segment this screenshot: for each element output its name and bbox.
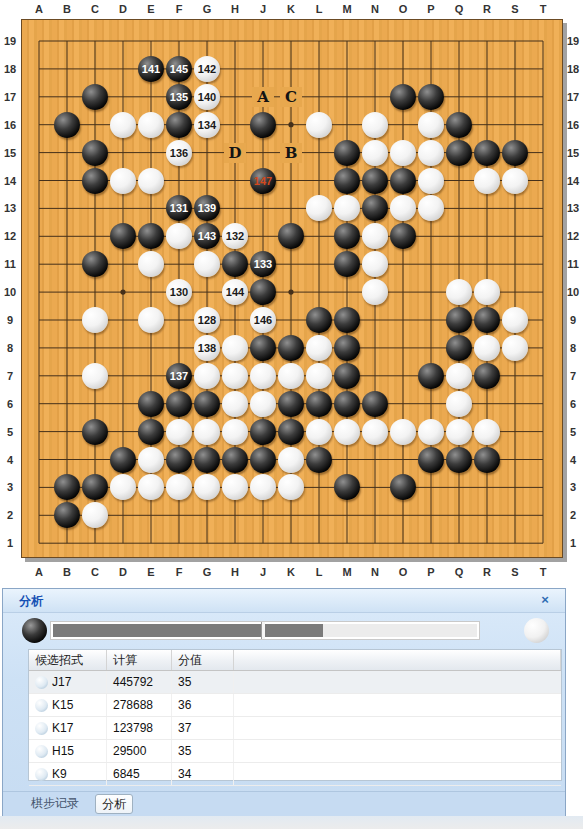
row-label-right-6: 6 [564,397,582,411]
row-label-right-12: 12 [564,229,582,243]
col-label-bottom-L: L [310,565,328,579]
score-value: 35 [172,671,234,693]
winrate-bar [3,613,565,649]
candidate-letter-A[interactable]: A [252,87,274,107]
empty-cell [234,671,561,693]
winrate-marker[interactable] [261,622,265,639]
move-number: 131 [170,202,188,214]
col-label-top-F: F [170,2,188,16]
stone-white-G18: 142 [194,56,220,82]
col-label-top-Q: Q [450,2,468,16]
move-number: 138 [198,342,216,354]
panel-tab-bar: 棋步记录分析 [3,791,565,816]
stone-white-N15 [362,140,388,166]
move-number: 133 [254,258,272,270]
row-label-right-3: 3 [564,480,582,494]
col-label-bottom-O: O [394,565,412,579]
row-label-left-13: 13 [1,201,19,215]
stone-black-Q16 [446,112,472,138]
stone-bullet-icon [35,745,48,758]
stone-black-E18: 141 [138,56,164,82]
stone-white-G9: 128 [194,307,220,333]
stone-white-J9: 146 [250,307,276,333]
row-label-right-15: 15 [564,146,582,160]
candidate-move: K9 [52,763,67,785]
stone-white-P5 [418,419,444,445]
stone-white-G5 [194,419,220,445]
col-label-bottom-B: B [58,565,76,579]
candidate-row-K9[interactable]: K9684534 [29,763,561,786]
empty-cell [234,740,561,762]
visits-value: 29500 [107,740,172,762]
stone-white-L8 [306,335,332,361]
stone-black-J11: 133 [250,251,276,277]
stone-white-Q5 [446,419,472,445]
row-label-left-5: 5 [1,425,19,439]
visits-value: 123798 [107,717,172,739]
row-label-right-10: 10 [564,285,582,299]
candidate-letter-C[interactable]: C [280,87,302,107]
stone-white-F10: 130 [166,279,192,305]
stone-white-N5 [362,419,388,445]
stone-white-H5 [222,419,248,445]
stone-black-E6 [138,391,164,417]
row-label-left-8: 8 [1,341,19,355]
star-point [288,122,293,127]
stone-white-M5 [334,419,360,445]
col-label-bottom-M: M [338,565,356,579]
stone-black-J10 [250,279,276,305]
move-number: 142 [198,63,216,75]
stone-black-M14 [334,168,360,194]
stone-black-E5 [138,419,164,445]
stone-white-E11 [138,251,164,277]
stone-black-M8 [334,335,360,361]
col-label-top-K: K [282,2,300,16]
col-label-top-S: S [506,2,524,16]
empty-cell [234,694,561,716]
row-label-left-2: 2 [1,508,19,522]
col-label-bottom-D: D [114,565,132,579]
stone-black-L9 [306,307,332,333]
move-number: 146 [254,314,272,326]
stone-white-R8 [474,335,500,361]
panel-title-bar: 分析 × [3,589,565,613]
row-label-right-14: 14 [564,174,582,188]
row-label-right-9: 9 [564,313,582,327]
empty-cell [234,763,561,785]
col-label-bottom-T: T [534,565,552,579]
row-label-left-9: 9 [1,313,19,327]
star-point [288,290,293,295]
stone-black-F6 [166,391,192,417]
candidate-move: J17 [52,671,71,693]
stone-white-Q7 [446,363,472,389]
stone-black-J8 [250,335,276,361]
goban: AABBCCDDEEFFGGHHJJKKLLMMNNOOPPQQRRSSTT19… [0,0,583,584]
col-label-bottom-G: G [198,565,216,579]
col-label-top-T: T [534,2,552,16]
col-label-top-R: R [478,2,496,16]
stone-black-C15 [82,140,108,166]
stone-white-P14 [418,168,444,194]
move-number: 141 [142,63,160,75]
row-label-right-2: 2 [564,508,582,522]
row-label-left-12: 12 [1,229,19,243]
stone-black-G6 [194,391,220,417]
stone-white-G11 [194,251,220,277]
score-value: 36 [172,694,234,716]
stone-black-K8 [278,335,304,361]
row-label-left-4: 4 [1,453,19,467]
row-label-left-3: 3 [1,480,19,494]
move-number: 135 [170,91,188,103]
col-label-bottom-F: F [170,565,188,579]
col-label-top-L: L [310,2,328,16]
stone-white-P16 [418,112,444,138]
stone-black-P17 [418,84,444,110]
col-label-bottom-K: K [282,565,300,579]
col-label-top-C: C [86,2,104,16]
col-label-bottom-H: H [226,565,244,579]
table-header: 候选招式计算分值 [29,650,561,671]
stone-black-J4 [250,447,276,473]
stone-black-Q15 [446,140,472,166]
stone-white-N16 [362,112,388,138]
move-number: 140 [198,91,216,103]
candidate-move: H15 [52,740,74,762]
stone-white-R5 [474,419,500,445]
move-number: 137 [170,370,188,382]
stone-black-F7: 137 [166,363,192,389]
stone-bullet-icon [35,676,48,689]
stone-white-R14 [474,168,500,194]
stone-black-M9 [334,307,360,333]
stone-white-D14 [110,168,136,194]
stone-white-S14 [502,168,528,194]
score-value: 34 [172,763,234,785]
move-number: 130 [170,286,188,298]
stone-black-M15 [334,140,360,166]
visits-value: 278688 [107,694,172,716]
stone-white-K4 [278,447,304,473]
candidate-row-H15[interactable]: H152950035 [29,740,561,763]
stone-white-L16 [306,112,332,138]
col-label-bottom-R: R [478,565,496,579]
stone-black-C14 [82,168,108,194]
stone-black-Q8 [446,335,472,361]
panel-title: 分析 [19,593,43,610]
black-stone-icon [22,618,47,643]
stone-white-N10 [362,279,388,305]
row-label-right-16: 16 [564,118,582,132]
stone-black-M7 [334,363,360,389]
stone-black-R7 [474,363,500,389]
stone-white-Q6 [446,391,472,417]
stone-white-J6 [250,391,276,417]
move-number: 143 [198,230,216,242]
empty-cell [234,717,561,739]
col-label-bottom-Q: Q [450,565,468,579]
row-label-right-4: 4 [564,453,582,467]
stone-white-E9 [138,307,164,333]
stone-bullet-icon [35,699,48,712]
col-label-bottom-N: N [366,565,384,579]
score-value: 35 [172,740,234,762]
stone-black-J16 [250,112,276,138]
row-label-left-16: 16 [1,118,19,132]
row-label-left-6: 6 [1,397,19,411]
col-label-top-P: P [422,2,440,16]
stone-white-P15 [418,140,444,166]
stone-white-E16 [138,112,164,138]
move-number: 144 [226,286,244,298]
col-label-top-M: M [338,2,356,16]
col-label-top-N: N [366,2,384,16]
stone-white-S8 [502,335,528,361]
col-label-top-B: B [58,2,76,16]
stone-black-L6 [306,391,332,417]
stone-white-F15: 136 [166,140,192,166]
stone-black-F17: 135 [166,84,192,110]
candidate-move-table: 候选招式计算分值 J1744579235K1527868836K17123798… [28,649,562,781]
stone-black-R15 [474,140,500,166]
stone-black-B16 [54,112,80,138]
candidate-letter-B[interactable]: B [280,143,302,163]
stone-black-P4 [418,447,444,473]
stone-black-G4 [194,447,220,473]
row-label-right-18: 18 [564,62,582,76]
col-label-bottom-S: S [506,565,524,579]
row-label-left-11: 11 [1,257,19,271]
candidate-move: K15 [52,694,73,716]
row-label-right-17: 17 [564,90,582,104]
row-label-right-1: 1 [564,536,582,550]
move-number: 136 [170,147,188,159]
analysis-panel: 分析 × 候选招式计算分值 J1744579235K1527868836K171… [2,588,566,817]
star-point [120,290,125,295]
candidate-row-K15[interactable]: K1527868836 [29,694,561,717]
stone-black-C11 [82,251,108,277]
col-label-bottom-A: A [30,565,48,579]
visits-value: 6845 [107,763,172,785]
stone-black-Q9 [446,307,472,333]
stone-white-Q10 [446,279,472,305]
stone-white-J7 [250,363,276,389]
row-label-left-7: 7 [1,369,19,383]
white-stone-icon [524,618,549,643]
winrate-black-fill [53,624,323,637]
stone-black-F4 [166,447,192,473]
stone-black-N14 [362,168,388,194]
stone-black-F16 [166,112,192,138]
stone-white-E4 [138,447,164,473]
stone-white-O5 [390,419,416,445]
stone-white-G7 [194,363,220,389]
col-label-top-A: A [30,2,48,16]
close-icon[interactable]: × [537,592,553,608]
row-label-right-19: 19 [564,34,582,48]
row-label-right-8: 8 [564,341,582,355]
stone-black-J14: 147 [250,168,276,194]
row-label-right-13: 13 [564,201,582,215]
stone-white-H10: 144 [222,279,248,305]
row-label-left-18: 18 [1,62,19,76]
stone-white-E14 [138,168,164,194]
score-value: 37 [172,717,234,739]
stone-black-J5 [250,419,276,445]
col-label-top-O: O [394,2,412,16]
row-label-left-15: 15 [1,146,19,160]
stone-white-C9 [82,307,108,333]
row-label-right-11: 11 [564,257,582,271]
row-label-left-1: 1 [1,536,19,550]
candidate-row-K17[interactable]: K1712379837 [29,717,561,740]
stone-black-N6 [362,391,388,417]
window-footer [0,816,583,829]
move-number: 132 [226,230,244,242]
stone-white-L7 [306,363,332,389]
row-label-left-14: 14 [1,174,19,188]
stone-black-M6 [334,391,360,417]
column-header-extra [234,650,561,670]
stone-bullet-icon [35,722,48,735]
go-app-window: AABBCCDDEEFFGGHHJJKKLLMMNNOOPPQQRRSSTT19… [0,0,583,829]
stone-black-S15 [502,140,528,166]
col-label-bottom-P: P [422,565,440,579]
tab-棋步记录[interactable]: 棋步记录 [25,795,85,812]
stone-black-D4 [110,447,136,473]
stone-white-H7 [222,363,248,389]
stone-white-O15 [390,140,416,166]
stone-white-C7 [82,363,108,389]
stone-white-G8: 138 [194,335,220,361]
stone-black-P7 [418,363,444,389]
col-label-top-D: D [114,2,132,16]
row-label-left-17: 17 [1,90,19,104]
move-number: 128 [198,314,216,326]
stone-white-F5 [166,419,192,445]
stone-white-N11 [362,251,388,277]
stone-black-H4 [222,447,248,473]
table-body: J1744579235K1527868836K1712379837H152950… [29,671,561,786]
row-label-left-10: 10 [1,285,19,299]
stone-white-R10 [474,279,500,305]
move-number: 147 [254,175,272,187]
stone-black-K6 [278,391,304,417]
winrate-groove[interactable] [50,621,480,640]
move-number: 139 [198,202,216,214]
row-label-right-7: 7 [564,369,582,383]
stone-white-D16 [110,112,136,138]
stone-white-K7 [278,363,304,389]
stone-black-O17 [390,84,416,110]
col-label-top-H: H [226,2,244,16]
stone-black-H11 [222,251,248,277]
col-label-top-G: G [198,2,216,16]
stone-black-C5 [82,419,108,445]
col-label-bottom-J: J [254,565,272,579]
tab-active-分析[interactable]: 分析 [95,794,133,814]
col-label-top-E: E [142,2,160,16]
row-label-left-19: 19 [1,34,19,48]
row-label-right-5: 5 [564,425,582,439]
col-label-bottom-C: C [86,565,104,579]
col-label-bottom-E: E [142,565,160,579]
stone-white-L5 [306,419,332,445]
candidate-row-J17[interactable]: J1744579235 [29,671,561,694]
stone-black-C17 [82,84,108,110]
stone-bullet-icon [35,768,48,781]
stone-white-G16: 134 [194,112,220,138]
stone-black-F18: 145 [166,56,192,82]
stone-black-L4 [306,447,332,473]
stone-white-S9 [502,307,528,333]
stone-black-R4 [474,447,500,473]
stone-black-O14 [390,168,416,194]
move-number: 145 [170,63,188,75]
stone-black-Q4 [446,447,472,473]
column-header-0[interactable]: 候选招式 [29,650,107,670]
stone-black-R9 [474,307,500,333]
column-header-2[interactable]: 分值 [172,650,234,670]
candidate-move: K17 [52,717,73,739]
visits-value: 445792 [107,671,172,693]
stone-black-K5 [278,419,304,445]
stone-white-G17: 140 [194,84,220,110]
column-header-1[interactable]: 计算 [107,650,172,670]
candidate-letter-D[interactable]: D [224,143,246,163]
stone-white-H8 [222,335,248,361]
stone-white-H6 [222,391,248,417]
col-label-top-J: J [254,2,272,16]
move-number: 134 [198,119,216,131]
stone-black-M11 [334,251,360,277]
